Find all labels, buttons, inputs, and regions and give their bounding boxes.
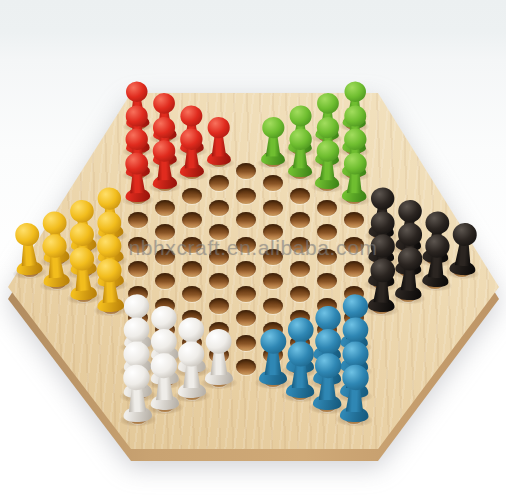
peg-head — [208, 117, 230, 138]
board-hole[interactable] — [209, 200, 229, 216]
peg-head — [342, 293, 368, 318]
peg-head — [344, 152, 368, 175]
peg-red[interactable] — [151, 140, 179, 190]
peg-head — [150, 353, 177, 379]
peg-head — [342, 317, 368, 342]
peg-head — [178, 317, 204, 342]
peg-stem — [346, 387, 364, 413]
peg-head — [344, 105, 367, 127]
peg-head — [425, 234, 451, 259]
board-hole[interactable] — [182, 212, 202, 228]
watermark-text: nbhxcraft.en.alibaba.com — [128, 236, 377, 260]
board-hole[interactable] — [290, 286, 310, 302]
peg-green[interactable] — [341, 152, 369, 202]
peg-stem — [47, 255, 64, 279]
peg-stem — [427, 255, 444, 279]
peg-white[interactable] — [148, 352, 180, 410]
peg-head — [42, 211, 67, 235]
board-hole[interactable] — [344, 261, 364, 277]
peg-head — [152, 140, 175, 162]
board-hole[interactable] — [128, 212, 148, 228]
peg-green[interactable] — [287, 128, 314, 177]
peg-head — [370, 211, 395, 235]
peg-head — [153, 93, 175, 114]
peg-head — [452, 222, 478, 247]
peg-head — [315, 329, 341, 354]
peg-black[interactable] — [448, 222, 479, 276]
peg-yellow[interactable] — [67, 246, 98, 300]
peg-red[interactable] — [178, 128, 205, 177]
peg-head — [97, 234, 122, 258]
peg-stem — [210, 351, 227, 376]
peg-stem — [128, 387, 146, 413]
board-hole[interactable] — [236, 310, 256, 326]
peg-stem — [155, 375, 173, 401]
peg-yellow[interactable] — [94, 258, 125, 313]
peg-head — [180, 105, 202, 126]
peg-head — [289, 128, 312, 150]
peg-head — [69, 222, 94, 246]
peg-stem — [266, 135, 281, 156]
peg-stem — [20, 243, 38, 267]
peg-head — [288, 317, 314, 342]
peg-head — [42, 234, 68, 259]
peg-head — [69, 246, 95, 271]
peg-head — [96, 258, 122, 283]
board-hole[interactable] — [236, 359, 256, 375]
peg-head — [151, 329, 177, 354]
peg-head — [342, 364, 369, 390]
board-hole[interactable] — [344, 212, 364, 228]
peg-head — [97, 211, 122, 235]
peg-blue[interactable] — [339, 364, 372, 422]
peg-yellow[interactable] — [40, 234, 71, 288]
peg-head — [370, 258, 396, 283]
peg-stem — [319, 375, 337, 401]
board-hole[interactable] — [155, 200, 175, 216]
board-hole[interactable] — [209, 298, 229, 314]
peg-green[interactable] — [314, 140, 342, 190]
board-hole[interactable] — [236, 286, 256, 302]
peg-head — [123, 364, 150, 390]
peg-white[interactable] — [203, 329, 234, 385]
peg-head — [151, 305, 177, 330]
peg-head — [289, 105, 311, 126]
peg-head — [126, 81, 148, 102]
peg-stem — [293, 147, 308, 169]
peg-head — [397, 246, 423, 271]
peg-head — [178, 341, 204, 366]
peg-head — [180, 128, 203, 150]
peg-red[interactable] — [206, 117, 232, 165]
board-hole[interactable] — [236, 212, 256, 228]
peg-white[interactable] — [176, 341, 207, 398]
peg-head — [342, 341, 369, 367]
board-hole[interactable] — [236, 261, 256, 277]
peg-head — [153, 116, 176, 138]
peg-stem — [320, 159, 336, 181]
peg-head — [315, 353, 342, 379]
peg-red[interactable] — [123, 152, 151, 202]
board-hole[interactable] — [263, 200, 283, 216]
peg-head — [124, 293, 150, 318]
peg-head — [315, 305, 341, 330]
peg-stem — [184, 147, 199, 169]
board-hole[interactable] — [182, 261, 202, 277]
board-hole[interactable] — [290, 212, 310, 228]
peg-head — [260, 329, 286, 354]
board-hole[interactable] — [317, 200, 337, 216]
peg-stem — [264, 351, 281, 376]
peg-stem — [157, 159, 173, 181]
board-hole[interactable] — [182, 188, 202, 204]
peg-blue[interactable] — [258, 329, 289, 385]
peg-head — [262, 117, 284, 138]
peg-head — [97, 187, 121, 210]
board-hole[interactable] — [236, 163, 256, 179]
peg-black[interactable] — [421, 234, 452, 288]
peg-stem — [211, 135, 226, 156]
peg-head — [425, 211, 450, 235]
product-photo-scene: nbhxcraft.en.alibaba.com — [0, 0, 506, 503]
peg-white[interactable] — [121, 364, 154, 422]
peg-head — [398, 199, 423, 223]
peg-black[interactable] — [394, 246, 425, 300]
peg-head — [206, 329, 232, 354]
peg-head — [344, 81, 366, 102]
peg-head — [123, 341, 150, 367]
peg-head — [70, 199, 95, 223]
peg-head — [317, 116, 340, 138]
peg-head — [125, 105, 148, 127]
peg-black[interactable] — [367, 258, 398, 313]
peg-head — [123, 317, 149, 342]
board-hole[interactable] — [128, 261, 148, 277]
peg-yellow[interactable] — [13, 222, 44, 276]
peg-head — [125, 128, 148, 150]
board-hole[interactable] — [263, 298, 283, 314]
peg-head — [397, 222, 422, 246]
peg-stem — [455, 243, 473, 267]
board-hole[interactable] — [236, 335, 256, 351]
peg-head — [371, 187, 395, 210]
peg-head — [344, 128, 367, 150]
peg-head — [14, 222, 40, 247]
board-hole[interactable] — [290, 188, 310, 204]
peg-head — [316, 140, 339, 162]
peg-head — [125, 152, 149, 175]
board-hole[interactable] — [182, 286, 202, 302]
peg-green[interactable] — [260, 117, 286, 165]
peg-head — [317, 93, 339, 114]
board-hole[interactable] — [290, 261, 310, 277]
board-hole[interactable] — [236, 188, 256, 204]
peg-head — [288, 341, 314, 366]
